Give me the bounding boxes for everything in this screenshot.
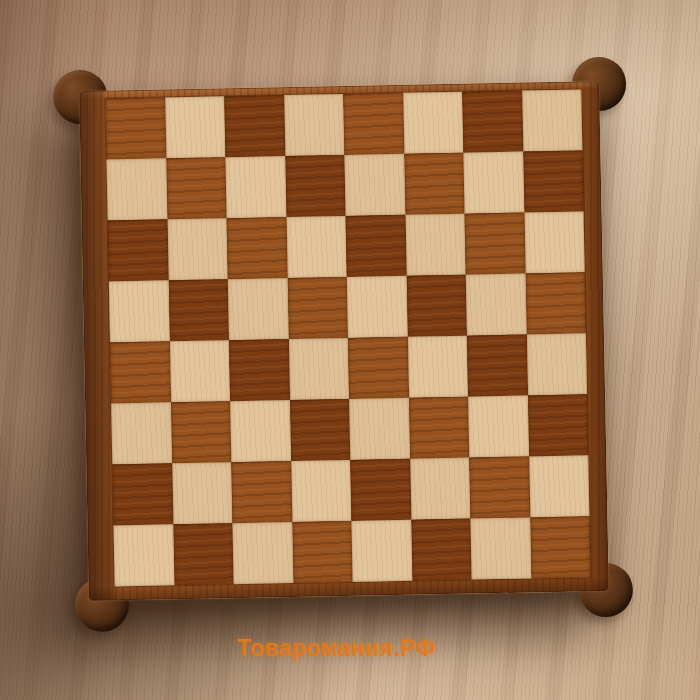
square-d3 <box>290 399 351 461</box>
square-b1 <box>173 523 234 585</box>
square-d7 <box>285 155 346 217</box>
square-d6 <box>286 216 347 278</box>
square-h1 <box>530 516 591 578</box>
square-f2 <box>410 458 471 520</box>
square-a3 <box>111 402 172 464</box>
square-b3 <box>171 401 232 463</box>
square-e3 <box>349 398 410 460</box>
board-grid <box>105 89 590 586</box>
square-e6 <box>346 215 407 277</box>
watermark-text: Товаромания.РФ <box>237 635 436 662</box>
square-c4 <box>229 339 290 401</box>
square-a2 <box>112 463 173 525</box>
square-b8 <box>165 96 226 158</box>
square-d4 <box>288 338 349 400</box>
square-a6 <box>108 219 169 281</box>
square-g7 <box>463 152 524 214</box>
square-e4 <box>348 337 409 399</box>
square-b7 <box>166 157 227 219</box>
square-d2 <box>291 460 352 522</box>
square-b5 <box>168 279 229 341</box>
square-a8 <box>105 97 166 159</box>
square-c5 <box>228 278 289 340</box>
square-f4 <box>407 336 468 398</box>
square-g6 <box>465 213 526 275</box>
square-h3 <box>528 394 589 456</box>
square-g5 <box>466 274 527 336</box>
square-d8 <box>284 94 345 156</box>
square-h2 <box>529 455 590 517</box>
square-h4 <box>526 333 587 395</box>
square-e5 <box>347 276 408 338</box>
square-e1 <box>351 520 412 582</box>
square-e8 <box>343 93 404 155</box>
square-a7 <box>106 158 167 220</box>
board-frame <box>79 81 609 601</box>
square-a1 <box>113 524 174 586</box>
square-c2 <box>231 461 292 523</box>
square-f8 <box>403 92 464 154</box>
square-g4 <box>467 334 528 396</box>
square-f3 <box>409 397 470 459</box>
square-h8 <box>522 89 583 151</box>
square-c3 <box>230 400 291 462</box>
square-g8 <box>462 91 523 153</box>
square-a5 <box>109 280 170 342</box>
square-c6 <box>227 217 288 279</box>
square-c1 <box>232 522 293 584</box>
chess-board <box>79 81 609 601</box>
square-f5 <box>406 275 467 337</box>
square-h7 <box>523 150 584 212</box>
square-d5 <box>287 277 348 339</box>
square-h5 <box>525 272 586 334</box>
square-e2 <box>350 459 411 521</box>
square-a4 <box>110 341 171 403</box>
square-g2 <box>469 456 530 518</box>
square-d1 <box>292 521 353 583</box>
square-f1 <box>411 519 472 581</box>
square-e7 <box>344 154 405 216</box>
square-h6 <box>524 211 585 273</box>
square-b2 <box>172 462 233 524</box>
square-b4 <box>169 340 230 402</box>
square-g3 <box>468 395 529 457</box>
square-c8 <box>224 95 285 157</box>
square-f7 <box>404 153 465 215</box>
square-g1 <box>470 517 531 579</box>
square-c7 <box>225 156 286 218</box>
square-f6 <box>405 214 466 276</box>
square-b6 <box>167 218 228 280</box>
